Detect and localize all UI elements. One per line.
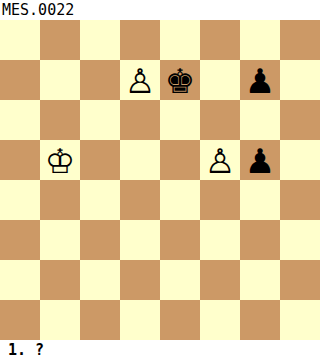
square-b5[interactable]: ♔ xyxy=(40,140,80,180)
piece-white-pawn: ♙ xyxy=(205,141,235,181)
square-f7[interactable] xyxy=(200,60,240,100)
square-d8[interactable] xyxy=(120,20,160,60)
square-h5[interactable] xyxy=(280,140,320,180)
piece-white-pawn: ♙ xyxy=(125,61,155,101)
square-g3[interactable] xyxy=(240,220,280,260)
square-g7[interactable]: ♟ xyxy=(240,60,280,100)
footer: 1. ? xyxy=(0,340,320,360)
chess-puzzle-window: MES.0022 ♙♚♟♔♙♟ 1. ? xyxy=(0,0,320,360)
square-e5[interactable] xyxy=(160,140,200,180)
move-prompt: 1. ? xyxy=(0,340,44,360)
square-e4[interactable] xyxy=(160,180,200,220)
square-b4[interactable] xyxy=(40,180,80,220)
square-h3[interactable] xyxy=(280,220,320,260)
square-c2[interactable] xyxy=(80,260,120,300)
square-b7[interactable] xyxy=(40,60,80,100)
square-a8[interactable] xyxy=(0,20,40,60)
square-f6[interactable] xyxy=(200,100,240,140)
square-e3[interactable] xyxy=(160,220,200,260)
square-b6[interactable] xyxy=(40,100,80,140)
square-a4[interactable] xyxy=(0,180,40,220)
square-e6[interactable] xyxy=(160,100,200,140)
square-e7[interactable]: ♚ xyxy=(160,60,200,100)
square-c1[interactable] xyxy=(80,300,120,340)
square-h8[interactable] xyxy=(280,20,320,60)
square-d4[interactable] xyxy=(120,180,160,220)
square-f1[interactable] xyxy=(200,300,240,340)
square-a6[interactable] xyxy=(0,100,40,140)
square-d5[interactable] xyxy=(120,140,160,180)
square-c6[interactable] xyxy=(80,100,120,140)
square-d3[interactable] xyxy=(120,220,160,260)
square-b3[interactable] xyxy=(40,220,80,260)
header: MES.0022 xyxy=(0,0,320,20)
square-d2[interactable] xyxy=(120,260,160,300)
square-h2[interactable] xyxy=(280,260,320,300)
square-b1[interactable] xyxy=(40,300,80,340)
square-b8[interactable] xyxy=(40,20,80,60)
square-h4[interactable] xyxy=(280,180,320,220)
square-g6[interactable] xyxy=(240,100,280,140)
square-c8[interactable] xyxy=(80,20,120,60)
square-d1[interactable] xyxy=(120,300,160,340)
square-a5[interactable] xyxy=(0,140,40,180)
piece-black-pawn: ♟ xyxy=(245,61,275,101)
square-e1[interactable] xyxy=(160,300,200,340)
square-g8[interactable] xyxy=(240,20,280,60)
square-c7[interactable] xyxy=(80,60,120,100)
square-f2[interactable] xyxy=(200,260,240,300)
square-d7[interactable]: ♙ xyxy=(120,60,160,100)
square-h6[interactable] xyxy=(280,100,320,140)
piece-black-king: ♚ xyxy=(165,61,195,101)
square-c4[interactable] xyxy=(80,180,120,220)
square-b2[interactable] xyxy=(40,260,80,300)
square-e2[interactable] xyxy=(160,260,200,300)
square-a2[interactable] xyxy=(0,260,40,300)
square-g1[interactable] xyxy=(240,300,280,340)
square-g5[interactable]: ♟ xyxy=(240,140,280,180)
square-f4[interactable] xyxy=(200,180,240,220)
square-f8[interactable] xyxy=(200,20,240,60)
square-f3[interactable] xyxy=(200,220,240,260)
piece-black-pawn: ♟ xyxy=(245,141,275,181)
square-c5[interactable] xyxy=(80,140,120,180)
square-h7[interactable] xyxy=(280,60,320,100)
square-e8[interactable] xyxy=(160,20,200,60)
puzzle-id-label: MES.0022 xyxy=(0,0,74,20)
square-a3[interactable] xyxy=(0,220,40,260)
square-a7[interactable] xyxy=(0,60,40,100)
chess-board: ♙♚♟♔♙♟ xyxy=(0,20,320,340)
square-g2[interactable] xyxy=(240,260,280,300)
square-d6[interactable] xyxy=(120,100,160,140)
square-f5[interactable]: ♙ xyxy=(200,140,240,180)
square-a1[interactable] xyxy=(0,300,40,340)
square-h1[interactable] xyxy=(280,300,320,340)
piece-white-king: ♔ xyxy=(45,141,75,181)
square-g4[interactable] xyxy=(240,180,280,220)
square-c3[interactable] xyxy=(80,220,120,260)
